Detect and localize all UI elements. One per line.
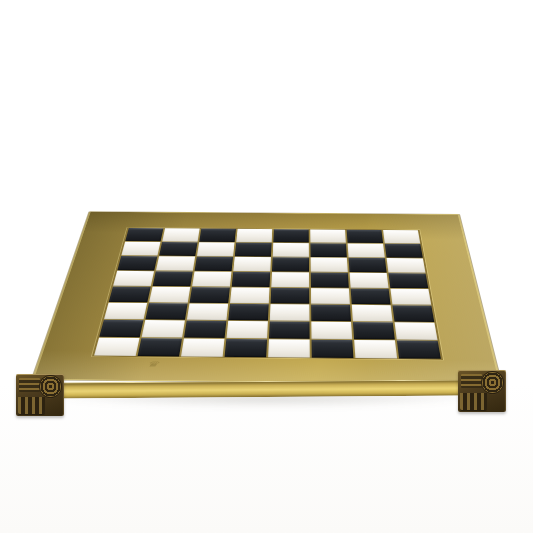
chess-board: ♜♟♟♜♞♟♟♞♝♟♟♝♛♟♟♛♚♟♟♚♝♟♟♝♞♟♟♞♜♟♟♜ (32, 211, 502, 384)
square-d5 (271, 272, 309, 287)
square-e4 (230, 287, 269, 303)
square-e3 (190, 287, 230, 303)
square-b4 (235, 243, 272, 257)
foot-flutes (18, 397, 45, 414)
square-c6 (311, 257, 348, 272)
square-a5 (273, 229, 308, 242)
volute-scroll-icon (40, 376, 61, 397)
square-b5 (273, 243, 309, 257)
square-h5 (268, 339, 310, 357)
square-c4 (233, 257, 271, 272)
square-g3 (184, 320, 226, 337)
square-h2: ♟ (138, 338, 182, 356)
square-h1: ♜ (94, 338, 139, 356)
square-h8: ♜ (397, 340, 441, 358)
foot-flutes (460, 393, 487, 410)
square-h7: ♟ (354, 340, 397, 358)
square-d4 (232, 272, 271, 287)
volute-scroll-icon (482, 372, 503, 393)
square-d6 (311, 272, 349, 287)
board-ground-shadow (44, 395, 490, 408)
board-foot-left (16, 374, 64, 416)
square-c3 (195, 257, 233, 272)
square-f6 (311, 304, 351, 321)
foot-grooves (19, 378, 40, 392)
maker-mark-engraving-icon: ♛ (145, 360, 220, 369)
square-c5 (272, 257, 309, 272)
square-b3 (197, 242, 235, 256)
square-h4 (225, 339, 267, 357)
photo-stage: ♜♟♟♜♞♟♟♞♝♟♟♝♛♟♟♛♚♟♟♚♝♟♟♝♞♟♟♞♜♟♟♜ ♛ (0, 0, 533, 533)
square-g5 (269, 321, 310, 339)
foot-grooves (461, 374, 482, 388)
square-e6 (311, 288, 350, 304)
board-scene: ♜♟♟♜♞♟♟♞♝♟♟♝♛♟♟♛♚♟♟♚♝♟♟♝♞♟♟♞♜♟♟♜ (0, 0, 533, 533)
square-f5 (270, 304, 310, 321)
square-h3 (181, 338, 224, 356)
square-a3 (199, 229, 236, 242)
square-f3 (187, 303, 228, 320)
board-foot-right (458, 370, 506, 412)
square-g4 (226, 321, 267, 339)
square-d3 (192, 271, 231, 286)
square-g6 (311, 322, 352, 340)
square-h6 (312, 340, 354, 358)
board-grid: ♜♟♟♜♞♟♟♞♝♟♟♝♛♟♟♛♚♟♟♚♝♟♟♝♞♟♟♞♜♟♟♜ (94, 228, 441, 359)
square-a4 (236, 229, 272, 242)
square-f4 (228, 304, 268, 321)
square-b6 (310, 243, 346, 257)
square-e5 (271, 288, 310, 304)
square-a6 (310, 229, 346, 242)
